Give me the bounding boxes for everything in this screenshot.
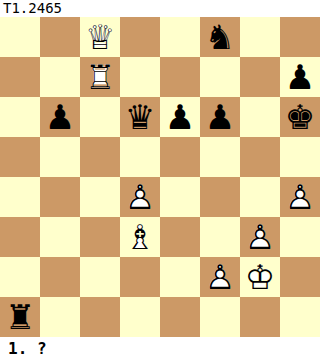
square-b3[interactable]: [40, 217, 80, 257]
white-pawn: ♙: [240, 217, 280, 257]
square-c4[interactable]: [80, 177, 120, 217]
white-pawn: ♙: [120, 177, 160, 217]
white-rook: ♖: [80, 57, 120, 97]
black-knight: ♞: [200, 17, 240, 57]
black-pawn: ♟: [160, 97, 200, 137]
white-king-fill: ♚: [240, 257, 280, 297]
square-c3[interactable]: [80, 217, 120, 257]
square-a2[interactable]: [0, 257, 40, 297]
square-e7[interactable]: [160, 57, 200, 97]
puzzle-title: T1.2465: [3, 0, 62, 17]
square-b6[interactable]: ♟: [40, 97, 80, 137]
square-g7[interactable]: [240, 57, 280, 97]
square-b5[interactable]: [40, 137, 80, 177]
move-prompt: 1. ?: [8, 338, 47, 360]
square-f5[interactable]: [200, 137, 240, 177]
square-a3[interactable]: [0, 217, 40, 257]
white-pawn-fill: ♟: [120, 177, 160, 217]
black-pawn: ♟: [280, 57, 320, 97]
square-h2[interactable]: [280, 257, 320, 297]
square-c7[interactable]: ♜♖: [80, 57, 120, 97]
square-d7[interactable]: [120, 57, 160, 97]
square-d6[interactable]: ♛: [120, 97, 160, 137]
square-d5[interactable]: [120, 137, 160, 177]
square-g4[interactable]: [240, 177, 280, 217]
square-c1[interactable]: [80, 297, 120, 337]
square-a5[interactable]: [0, 137, 40, 177]
square-d8[interactable]: [120, 17, 160, 57]
square-h3[interactable]: [280, 217, 320, 257]
square-c8[interactable]: ♛♕: [80, 17, 120, 57]
square-d2[interactable]: [120, 257, 160, 297]
square-c2[interactable]: [80, 257, 120, 297]
black-pawn: ♟: [200, 97, 240, 137]
square-h8[interactable]: [280, 17, 320, 57]
chess-board: ♛♕♞♜♖♟♟♛♟♟♚♟♙♟♙♝♗♟♙♟♙♚♔♜: [0, 17, 320, 337]
square-f4[interactable]: [200, 177, 240, 217]
white-king: ♔: [240, 257, 280, 297]
black-king: ♚: [280, 97, 320, 137]
square-e3[interactable]: [160, 217, 200, 257]
square-f7[interactable]: [200, 57, 240, 97]
square-e8[interactable]: [160, 17, 200, 57]
square-a8[interactable]: [0, 17, 40, 57]
square-d3[interactable]: ♝♗: [120, 217, 160, 257]
square-b4[interactable]: [40, 177, 80, 217]
square-b2[interactable]: [40, 257, 80, 297]
square-e2[interactable]: [160, 257, 200, 297]
chess-puzzle-app: T1.2465 ♛♕♞♜♖♟♟♛♟♟♚♟♙♟♙♝♗♟♙♟♙♚♔♜ 1. ?: [0, 0, 320, 360]
square-d1[interactable]: [120, 297, 160, 337]
square-b7[interactable]: [40, 57, 80, 97]
square-h1[interactable]: [280, 297, 320, 337]
white-pawn: ♙: [200, 257, 240, 297]
black-queen: ♛: [120, 97, 160, 137]
square-e1[interactable]: [160, 297, 200, 337]
black-pawn: ♟: [40, 97, 80, 137]
square-c5[interactable]: [80, 137, 120, 177]
white-queen: ♕: [80, 17, 120, 57]
square-g6[interactable]: [240, 97, 280, 137]
white-pawn-fill: ♟: [280, 177, 320, 217]
square-h5[interactable]: [280, 137, 320, 177]
white-pawn-fill: ♟: [200, 257, 240, 297]
white-rook-fill: ♜: [80, 57, 120, 97]
white-queen-fill: ♛: [80, 17, 120, 57]
square-e5[interactable]: [160, 137, 200, 177]
square-h4[interactable]: ♟♙: [280, 177, 320, 217]
square-h6[interactable]: ♚: [280, 97, 320, 137]
square-a6[interactable]: [0, 97, 40, 137]
square-f1[interactable]: [200, 297, 240, 337]
square-f6[interactable]: ♟: [200, 97, 240, 137]
square-g2[interactable]: ♚♔: [240, 257, 280, 297]
white-pawn-fill: ♟: [240, 217, 280, 257]
square-f3[interactable]: [200, 217, 240, 257]
square-f2[interactable]: ♟♙: [200, 257, 240, 297]
square-a7[interactable]: [0, 57, 40, 97]
square-b1[interactable]: [40, 297, 80, 337]
white-bishop-fill: ♝: [120, 217, 160, 257]
square-g1[interactable]: [240, 297, 280, 337]
square-c6[interactable]: [80, 97, 120, 137]
square-f8[interactable]: ♞: [200, 17, 240, 57]
square-g5[interactable]: [240, 137, 280, 177]
white-bishop: ♗: [120, 217, 160, 257]
square-a1[interactable]: ♜: [0, 297, 40, 337]
square-e4[interactable]: [160, 177, 200, 217]
white-pawn: ♙: [280, 177, 320, 217]
square-e6[interactable]: ♟: [160, 97, 200, 137]
square-b8[interactable]: [40, 17, 80, 57]
square-g3[interactable]: ♟♙: [240, 217, 280, 257]
black-rook: ♜: [0, 297, 40, 337]
square-d4[interactable]: ♟♙: [120, 177, 160, 217]
square-g8[interactable]: [240, 17, 280, 57]
square-h7[interactable]: ♟: [280, 57, 320, 97]
square-a4[interactable]: [0, 177, 40, 217]
